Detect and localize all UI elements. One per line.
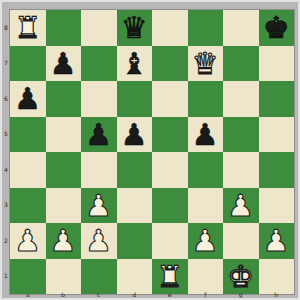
piece-white-pawn[interactable]: ♟ bbox=[50, 223, 77, 259]
square-g3[interactable]: ♟ bbox=[223, 188, 259, 224]
square-h4[interactable] bbox=[259, 152, 295, 188]
square-c4[interactable] bbox=[81, 152, 117, 188]
square-h3[interactable] bbox=[259, 188, 295, 224]
square-g6[interactable] bbox=[223, 81, 259, 117]
square-e4[interactable] bbox=[152, 152, 188, 188]
square-e6[interactable] bbox=[152, 81, 188, 117]
file-label-b: b bbox=[46, 291, 82, 298]
piece-white-king[interactable]: ♚ bbox=[227, 259, 254, 295]
file-label-g: g bbox=[223, 291, 259, 298]
square-e5[interactable] bbox=[152, 117, 188, 153]
piece-black-king[interactable]: ♚ bbox=[263, 10, 290, 46]
piece-white-rook[interactable]: ♜ bbox=[156, 259, 183, 295]
piece-white-pawn[interactable]: ♟ bbox=[14, 223, 41, 259]
square-b7[interactable]: ♟ bbox=[46, 46, 82, 82]
square-a3[interactable] bbox=[10, 188, 46, 224]
square-c1[interactable] bbox=[81, 259, 117, 295]
rank-label-2: 2 bbox=[2, 238, 10, 244]
file-label-d: d bbox=[117, 291, 153, 298]
piece-black-pawn[interactable]: ♟ bbox=[85, 117, 112, 153]
piece-white-pawn[interactable]: ♟ bbox=[227, 188, 254, 224]
square-b5[interactable] bbox=[46, 117, 82, 153]
square-c3[interactable]: ♟ bbox=[81, 188, 117, 224]
square-h6[interactable] bbox=[259, 81, 295, 117]
rank-label-8: 8 bbox=[2, 25, 10, 31]
square-a7[interactable] bbox=[10, 46, 46, 82]
rank-label-4: 4 bbox=[2, 167, 10, 173]
square-a8[interactable]: ♜ bbox=[10, 10, 46, 46]
square-b4[interactable] bbox=[46, 152, 82, 188]
file-label-c: c bbox=[81, 291, 117, 298]
square-h7[interactable] bbox=[259, 46, 295, 82]
square-h2[interactable]: ♟ bbox=[259, 223, 295, 259]
rank-label-1: 1 bbox=[2, 273, 10, 279]
square-b1[interactable] bbox=[46, 259, 82, 295]
square-h8[interactable]: ♚ bbox=[259, 10, 295, 46]
square-a6[interactable]: ♟ bbox=[10, 81, 46, 117]
square-f7[interactable]: ♛ bbox=[188, 46, 224, 82]
file-label-e: e bbox=[152, 291, 188, 298]
square-d6[interactable] bbox=[117, 81, 153, 117]
square-f4[interactable] bbox=[188, 152, 224, 188]
square-c6[interactable] bbox=[81, 81, 117, 117]
square-c5[interactable]: ♟ bbox=[81, 117, 117, 153]
file-label-h: h bbox=[259, 291, 295, 298]
piece-black-queen[interactable]: ♛ bbox=[121, 10, 148, 46]
square-h5[interactable] bbox=[259, 117, 295, 153]
rank-label-7: 7 bbox=[2, 60, 10, 66]
square-g1[interactable]: ♚ bbox=[223, 259, 259, 295]
square-f1[interactable] bbox=[188, 259, 224, 295]
piece-white-pawn[interactable]: ♟ bbox=[85, 188, 112, 224]
square-g7[interactable] bbox=[223, 46, 259, 82]
square-f2[interactable]: ♟ bbox=[188, 223, 224, 259]
square-b3[interactable] bbox=[46, 188, 82, 224]
square-f3[interactable] bbox=[188, 188, 224, 224]
square-d7[interactable]: ♝ bbox=[117, 46, 153, 82]
square-b8[interactable] bbox=[46, 10, 82, 46]
piece-white-pawn[interactable]: ♟ bbox=[263, 223, 290, 259]
square-a4[interactable] bbox=[10, 152, 46, 188]
square-a2[interactable]: ♟ bbox=[10, 223, 46, 259]
piece-white-pawn[interactable]: ♟ bbox=[192, 223, 219, 259]
rank-label-3: 3 bbox=[2, 202, 10, 208]
chess-board: ♜♛♚♟♝♛♟♟♟♟♟♟♟♟♟♟♟♜♚ bbox=[10, 10, 294, 294]
square-a5[interactable] bbox=[10, 117, 46, 153]
square-f8[interactable] bbox=[188, 10, 224, 46]
piece-black-bishop[interactable]: ♝ bbox=[121, 46, 148, 82]
square-e3[interactable] bbox=[152, 188, 188, 224]
square-d4[interactable] bbox=[117, 152, 153, 188]
square-h1[interactable] bbox=[259, 259, 295, 295]
piece-black-pawn[interactable]: ♟ bbox=[192, 117, 219, 153]
square-d2[interactable] bbox=[117, 223, 153, 259]
piece-black-pawn[interactable]: ♟ bbox=[50, 46, 77, 82]
square-f5[interactable]: ♟ bbox=[188, 117, 224, 153]
square-c2[interactable]: ♟ bbox=[81, 223, 117, 259]
square-g8[interactable] bbox=[223, 10, 259, 46]
square-d5[interactable]: ♟ bbox=[117, 117, 153, 153]
square-b6[interactable] bbox=[46, 81, 82, 117]
square-g4[interactable] bbox=[223, 152, 259, 188]
square-g5[interactable] bbox=[223, 117, 259, 153]
rank-label-6: 6 bbox=[2, 96, 10, 102]
file-label-f: f bbox=[188, 291, 224, 298]
rank-label-5: 5 bbox=[2, 131, 10, 137]
square-d3[interactable] bbox=[117, 188, 153, 224]
square-e1[interactable]: ♜ bbox=[152, 259, 188, 295]
piece-white-rook[interactable]: ♜ bbox=[14, 10, 41, 46]
square-c7[interactable] bbox=[81, 46, 117, 82]
square-g2[interactable] bbox=[223, 223, 259, 259]
piece-white-queen[interactable]: ♛ bbox=[192, 46, 219, 82]
square-f6[interactable] bbox=[188, 81, 224, 117]
square-d8[interactable]: ♛ bbox=[117, 10, 153, 46]
square-c8[interactable] bbox=[81, 10, 117, 46]
square-e8[interactable] bbox=[152, 10, 188, 46]
square-d1[interactable] bbox=[117, 259, 153, 295]
piece-white-pawn[interactable]: ♟ bbox=[85, 223, 112, 259]
chess-board-diagram: ♜♛♚♟♝♛♟♟♟♟♟♟♟♟♟♟♟♜♚ 87654321abcdefgh bbox=[0, 0, 300, 300]
square-b2[interactable]: ♟ bbox=[46, 223, 82, 259]
piece-black-pawn[interactable]: ♟ bbox=[14, 81, 41, 117]
file-label-a: a bbox=[10, 291, 46, 298]
square-a1[interactable] bbox=[10, 259, 46, 295]
square-e7[interactable] bbox=[152, 46, 188, 82]
piece-black-pawn[interactable]: ♟ bbox=[121, 117, 148, 153]
square-e2[interactable] bbox=[152, 223, 188, 259]
